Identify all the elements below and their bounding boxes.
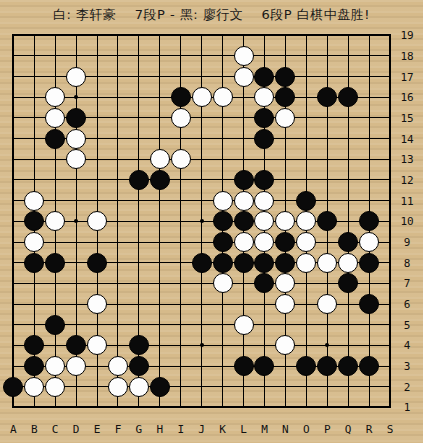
stone-white-D13	[66, 149, 86, 169]
column-label-L: L	[240, 423, 247, 436]
stone-black-Q9	[338, 232, 358, 252]
row-label-2: 2	[404, 380, 411, 393]
stone-white-N10	[275, 211, 295, 231]
stone-white-J16	[192, 87, 212, 107]
stone-white-M9	[254, 232, 274, 252]
column-label-K: K	[219, 423, 226, 436]
stone-white-D17	[66, 67, 86, 87]
column-label-F: F	[115, 423, 122, 436]
stone-white-K7	[213, 273, 233, 293]
stone-white-C10	[45, 211, 65, 231]
row-label-14: 14	[400, 132, 413, 145]
row-label-9: 9	[404, 236, 411, 249]
star-point	[74, 219, 78, 223]
row-label-11: 11	[400, 194, 413, 207]
grid-horizontal-line	[12, 242, 391, 243]
stone-black-P3	[317, 356, 337, 376]
stone-black-J8	[192, 253, 212, 273]
stone-black-O3	[296, 356, 316, 376]
grid-horizontal-line	[12, 324, 391, 325]
stone-white-L17	[234, 67, 254, 87]
go-board[interactable]: ABCDEFGHIJKLMNOPQRS191817161514131211109…	[0, 0, 423, 443]
stone-white-L5	[234, 315, 254, 335]
stone-black-M12	[254, 170, 274, 190]
stone-black-L12	[234, 170, 254, 190]
row-label-13: 13	[400, 153, 413, 166]
row-label-1: 1	[404, 401, 411, 414]
stone-black-M15	[254, 108, 274, 128]
column-label-M: M	[261, 423, 268, 436]
column-label-N: N	[282, 423, 289, 436]
stone-black-K10	[213, 211, 233, 231]
stone-white-N4	[275, 335, 295, 355]
column-label-A: A	[10, 423, 17, 436]
stone-white-C15	[45, 108, 65, 128]
stone-black-B4	[24, 335, 44, 355]
stone-white-L18	[234, 46, 254, 66]
stone-white-N15	[275, 108, 295, 128]
grid-vertical-line	[389, 34, 391, 408]
column-label-O: O	[303, 423, 310, 436]
star-point	[325, 343, 329, 347]
column-label-E: E	[94, 423, 101, 436]
star-point	[74, 95, 78, 99]
stone-black-R10	[359, 211, 379, 231]
row-label-4: 4	[404, 339, 411, 352]
stone-white-I13	[171, 149, 191, 169]
stone-black-B10	[24, 211, 44, 231]
stone-black-N8	[275, 253, 295, 273]
stone-white-O9	[296, 232, 316, 252]
stone-black-Q16	[338, 87, 358, 107]
stone-black-G3	[129, 356, 149, 376]
row-label-15: 15	[400, 111, 413, 124]
stone-black-R6	[359, 294, 379, 314]
stone-black-M3	[254, 356, 274, 376]
stone-white-C16	[45, 87, 65, 107]
stone-white-Q8	[338, 253, 358, 273]
stone-white-F2	[108, 377, 128, 397]
row-label-6: 6	[404, 298, 411, 311]
star-point	[200, 219, 204, 223]
grid-horizontal-line	[12, 283, 391, 284]
stone-white-N7	[275, 273, 295, 293]
stone-black-M14	[254, 129, 274, 149]
column-label-J: J	[198, 423, 205, 436]
stone-white-I15	[171, 108, 191, 128]
stone-black-L10	[234, 211, 254, 231]
row-label-8: 8	[404, 256, 411, 269]
stone-black-Q7	[338, 273, 358, 293]
stone-white-D3	[66, 356, 86, 376]
stone-white-O8	[296, 253, 316, 273]
row-label-7: 7	[404, 277, 411, 290]
column-label-H: H	[156, 423, 163, 436]
row-label-10: 10	[400, 215, 413, 228]
grid-horizontal-line	[12, 386, 391, 387]
column-label-B: B	[31, 423, 38, 436]
stone-black-E8	[87, 253, 107, 273]
stone-white-E6	[87, 294, 107, 314]
stone-black-Q3	[338, 356, 358, 376]
column-label-C: C	[52, 423, 59, 436]
stone-white-D14	[66, 129, 86, 149]
stone-white-P8	[317, 253, 337, 273]
row-label-3: 3	[404, 360, 411, 373]
column-label-Q: Q	[345, 423, 352, 436]
grid-horizontal-line	[12, 406, 391, 408]
stone-black-P16	[317, 87, 337, 107]
stone-white-C3	[45, 356, 65, 376]
row-label-18: 18	[400, 49, 413, 62]
stone-black-O11	[296, 191, 316, 211]
stone-white-B2	[24, 377, 44, 397]
stone-black-L3	[234, 356, 254, 376]
stone-white-B11	[24, 191, 44, 211]
row-label-12: 12	[400, 173, 413, 186]
column-label-P: P	[324, 423, 331, 436]
stone-white-G2	[129, 377, 149, 397]
stone-black-A2	[3, 377, 23, 397]
stone-black-I16	[171, 87, 191, 107]
stone-black-L8	[234, 253, 254, 273]
stone-black-P10	[317, 211, 337, 231]
stone-black-C14	[45, 129, 65, 149]
stone-black-C8	[45, 253, 65, 273]
stone-black-M8	[254, 253, 274, 273]
row-label-5: 5	[404, 318, 411, 331]
column-label-I: I	[177, 423, 184, 436]
stone-black-G12	[129, 170, 149, 190]
column-label-D: D	[73, 423, 80, 436]
column-label-G: G	[136, 423, 143, 436]
stone-white-H13	[150, 149, 170, 169]
stone-black-M17	[254, 67, 274, 87]
stone-white-K11	[213, 191, 233, 211]
stone-black-N17	[275, 67, 295, 87]
row-label-17: 17	[400, 70, 413, 83]
go-game-window: 白: 李轩豪 7段P - 黑: 廖行文 6段P 白棋中盘胜! ABCDEFGHI…	[0, 0, 423, 443]
stone-black-B8	[24, 253, 44, 273]
stone-black-K9	[213, 232, 233, 252]
stone-white-E10	[87, 211, 107, 231]
stone-black-B3	[24, 356, 44, 376]
stone-white-R9	[359, 232, 379, 252]
stone-black-N9	[275, 232, 295, 252]
stone-white-M10	[254, 211, 274, 231]
stone-black-H12	[150, 170, 170, 190]
stone-white-N6	[275, 294, 295, 314]
row-label-19: 19	[400, 29, 413, 42]
stone-white-L11	[234, 191, 254, 211]
stone-white-M11	[254, 191, 274, 211]
stone-white-L9	[234, 232, 254, 252]
stone-white-M16	[254, 87, 274, 107]
stone-black-C5	[45, 315, 65, 335]
stone-black-M7	[254, 273, 274, 293]
stone-black-R8	[359, 253, 379, 273]
stone-white-C2	[45, 377, 65, 397]
stone-black-R3	[359, 356, 379, 376]
stone-white-B9	[24, 232, 44, 252]
stone-black-G4	[129, 335, 149, 355]
stone-black-N16	[275, 87, 295, 107]
column-label-S: S	[387, 423, 394, 436]
column-label-R: R	[366, 423, 373, 436]
stone-black-K8	[213, 253, 233, 273]
stone-white-E4	[87, 335, 107, 355]
stone-black-D4	[66, 335, 86, 355]
stone-white-F3	[108, 356, 128, 376]
row-label-16: 16	[400, 91, 413, 104]
stone-black-H2	[150, 377, 170, 397]
stone-white-O10	[296, 211, 316, 231]
star-point	[200, 343, 204, 347]
stone-black-D15	[66, 108, 86, 128]
stone-white-K16	[213, 87, 233, 107]
stone-white-P6	[317, 294, 337, 314]
